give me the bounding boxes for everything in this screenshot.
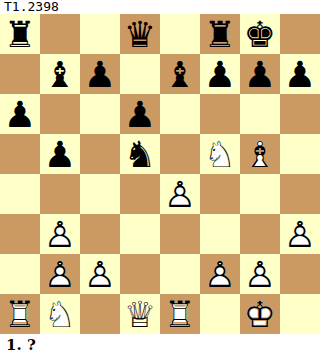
square-d8[interactable]: ♛ (120, 14, 160, 54)
square-h5[interactable] (280, 134, 320, 174)
square-b4[interactable] (40, 174, 80, 214)
black-pawn[interactable]: ♟ (200, 54, 240, 94)
white-pawn-outline: ♙ (160, 174, 200, 214)
white-knight[interactable]: ♞♘ (200, 134, 240, 174)
white-pawn[interactable]: ♟♙ (200, 254, 240, 294)
black-pawn[interactable]: ♟ (80, 54, 120, 94)
white-pawn[interactable]: ♟♙ (280, 214, 320, 254)
square-c7[interactable]: ♟ (80, 54, 120, 94)
white-pawn[interactable]: ♟♙ (240, 254, 280, 294)
square-d6[interactable]: ♟ (120, 94, 160, 134)
square-e4[interactable]: ♟♙ (160, 174, 200, 214)
black-pawn[interactable]: ♟ (40, 134, 80, 174)
square-c6[interactable] (80, 94, 120, 134)
square-e3[interactable] (160, 214, 200, 254)
square-h4[interactable] (280, 174, 320, 214)
white-pawn[interactable]: ♟♙ (160, 174, 200, 214)
square-a1[interactable]: ♜♖ (0, 294, 40, 334)
move-prompt: 1. ? (0, 334, 320, 360)
white-knight-outline: ♘ (200, 134, 240, 174)
square-g4[interactable] (240, 174, 280, 214)
white-knight[interactable]: ♞♘ (40, 294, 80, 334)
square-b1[interactable]: ♞♘ (40, 294, 80, 334)
square-g6[interactable] (240, 94, 280, 134)
square-e2[interactable] (160, 254, 200, 294)
square-e6[interactable] (160, 94, 200, 134)
white-queen-outline: ♕ (120, 294, 160, 334)
white-bishop-outline: ♗ (240, 134, 280, 174)
white-queen[interactable]: ♛♕ (120, 294, 160, 334)
square-f2[interactable]: ♟♙ (200, 254, 240, 294)
square-a3[interactable] (0, 214, 40, 254)
square-d4[interactable] (120, 174, 160, 214)
square-e7[interactable]: ♝ (160, 54, 200, 94)
square-h3[interactable]: ♟♙ (280, 214, 320, 254)
square-f4[interactable] (200, 174, 240, 214)
square-b7[interactable]: ♝ (40, 54, 80, 94)
black-queen[interactable]: ♛ (120, 14, 160, 54)
square-d5[interactable]: ♞ (120, 134, 160, 174)
white-pawn-outline: ♙ (40, 214, 80, 254)
square-a4[interactable] (0, 174, 40, 214)
square-g1[interactable]: ♚♔ (240, 294, 280, 334)
square-e5[interactable] (160, 134, 200, 174)
white-knight-outline: ♘ (40, 294, 80, 334)
white-king[interactable]: ♚♔ (240, 294, 280, 334)
square-g5[interactable]: ♝♗ (240, 134, 280, 174)
white-rook-outline: ♖ (0, 294, 40, 334)
white-king-outline: ♔ (240, 294, 280, 334)
white-rook-outline: ♖ (160, 294, 200, 334)
square-a7[interactable] (0, 54, 40, 94)
black-bishop[interactable]: ♝ (160, 54, 200, 94)
square-a5[interactable] (0, 134, 40, 174)
square-f7[interactable]: ♟ (200, 54, 240, 94)
white-pawn[interactable]: ♟♙ (80, 254, 120, 294)
square-h2[interactable] (280, 254, 320, 294)
square-c2[interactable]: ♟♙ (80, 254, 120, 294)
square-g8[interactable]: ♚ (240, 14, 280, 54)
square-h6[interactable] (280, 94, 320, 134)
square-a8[interactable]: ♜ (0, 14, 40, 54)
square-c5[interactable] (80, 134, 120, 174)
square-b8[interactable] (40, 14, 80, 54)
square-h8[interactable] (280, 14, 320, 54)
white-bishop[interactable]: ♝♗ (240, 134, 280, 174)
square-h1[interactable] (280, 294, 320, 334)
square-f1[interactable] (200, 294, 240, 334)
square-a2[interactable] (0, 254, 40, 294)
chess-board: ♜♛♜♚♝♟♝♟♟♟♟♟♟♞♞♘♝♗♟♙♟♙♟♙♟♙♟♙♟♙♟♙♜♖♞♘♛♕♜♖… (0, 14, 320, 334)
black-king[interactable]: ♚ (240, 14, 280, 54)
white-rook[interactable]: ♜♖ (160, 294, 200, 334)
square-g2[interactable]: ♟♙ (240, 254, 280, 294)
black-knight[interactable]: ♞ (120, 134, 160, 174)
square-f5[interactable]: ♞♘ (200, 134, 240, 174)
black-rook[interactable]: ♜ (0, 14, 40, 54)
white-pawn[interactable]: ♟♙ (40, 254, 80, 294)
square-f8[interactable]: ♜ (200, 14, 240, 54)
black-pawn[interactable]: ♟ (240, 54, 280, 94)
white-pawn-outline: ♙ (200, 254, 240, 294)
white-pawn-outline: ♙ (240, 254, 280, 294)
square-b2[interactable]: ♟♙ (40, 254, 80, 294)
square-d2[interactable] (120, 254, 160, 294)
square-e8[interactable] (160, 14, 200, 54)
white-pawn-outline: ♙ (80, 254, 120, 294)
black-rook[interactable]: ♜ (200, 14, 240, 54)
square-f3[interactable] (200, 214, 240, 254)
square-d1[interactable]: ♛♕ (120, 294, 160, 334)
square-e1[interactable]: ♜♖ (160, 294, 200, 334)
square-g7[interactable]: ♟ (240, 54, 280, 94)
square-c1[interactable] (80, 294, 120, 334)
white-pawn-outline: ♙ (280, 214, 320, 254)
white-pawn-outline: ♙ (40, 254, 80, 294)
square-b5[interactable]: ♟ (40, 134, 80, 174)
square-d7[interactable] (120, 54, 160, 94)
square-b3[interactable]: ♟♙ (40, 214, 80, 254)
black-pawn[interactable]: ♟ (120, 94, 160, 134)
square-a6[interactable]: ♟ (0, 94, 40, 134)
square-h7[interactable]: ♟ (280, 54, 320, 94)
square-b6[interactable] (40, 94, 80, 134)
white-rook[interactable]: ♜♖ (0, 294, 40, 334)
white-pawn[interactable]: ♟♙ (40, 214, 80, 254)
square-c8[interactable] (80, 14, 120, 54)
square-g3[interactable] (240, 214, 280, 254)
square-c3[interactable] (80, 214, 120, 254)
square-d3[interactable] (120, 214, 160, 254)
square-f6[interactable] (200, 94, 240, 134)
puzzle-id: T1.2398 (0, 0, 320, 14)
black-pawn[interactable]: ♟ (280, 54, 320, 94)
black-bishop[interactable]: ♝ (40, 54, 80, 94)
square-c4[interactable] (80, 174, 120, 214)
black-pawn[interactable]: ♟ (0, 94, 40, 134)
